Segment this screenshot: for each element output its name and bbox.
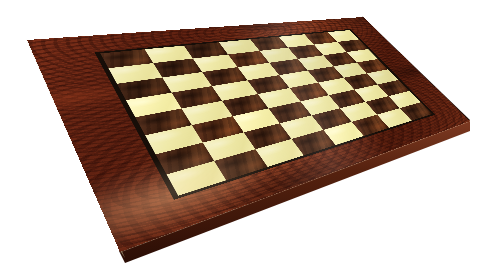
chessboard-photo bbox=[0, 0, 480, 269]
